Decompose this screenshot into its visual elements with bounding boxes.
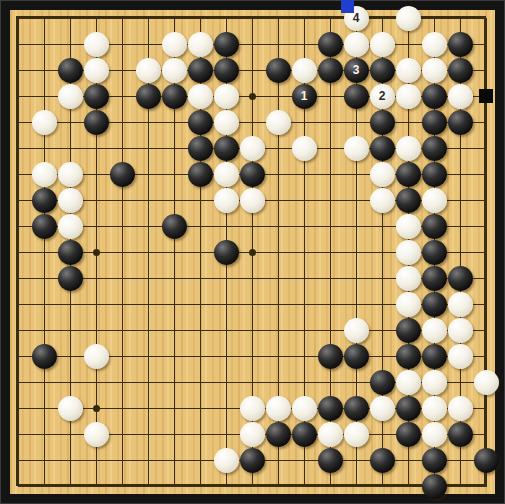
intersection-2-15[interactable] — [57, 395, 83, 421]
intersection-5-14[interactable] — [135, 369, 161, 395]
intersection-13-4[interactable] — [343, 109, 369, 135]
intersection-14-2[interactable] — [369, 57, 395, 83]
intersection-7-4[interactable] — [187, 109, 213, 135]
intersection-3-0[interactable] — [83, 5, 109, 31]
intersection-14-15[interactable] — [369, 395, 395, 421]
intersection-6-14[interactable] — [161, 369, 187, 395]
intersection-4-3[interactable] — [109, 83, 135, 109]
intersection-15-7[interactable] — [395, 187, 421, 213]
intersection-6-17[interactable] — [161, 447, 187, 473]
intersection-1-4[interactable] — [31, 109, 57, 135]
intersection-18-13[interactable] — [473, 343, 499, 369]
intersection-9-15[interactable] — [239, 395, 265, 421]
intersection-0-18[interactable] — [5, 473, 31, 499]
intersection-17-10[interactable] — [447, 265, 473, 291]
intersection-9-1[interactable] — [239, 31, 265, 57]
intersection-9-7[interactable] — [239, 187, 265, 213]
intersection-5-5[interactable] — [135, 135, 161, 161]
intersection-9-3[interactable] — [239, 83, 265, 109]
intersection-6-8[interactable] — [161, 213, 187, 239]
intersection-18-11[interactable] — [473, 291, 499, 317]
intersection-18-10[interactable] — [473, 265, 499, 291]
intersection-0-8[interactable] — [5, 213, 31, 239]
intersection-12-9[interactable] — [317, 239, 343, 265]
intersection-8-12[interactable] — [213, 317, 239, 343]
intersection-18-15[interactable] — [473, 395, 499, 421]
intersection-12-3[interactable] — [317, 83, 343, 109]
intersection-9-4[interactable] — [239, 109, 265, 135]
intersection-4-0[interactable] — [109, 5, 135, 31]
intersection-17-7[interactable] — [447, 187, 473, 213]
intersection-6-16[interactable] — [161, 421, 187, 447]
intersection-13-1[interactable] — [343, 31, 369, 57]
intersection-5-8[interactable] — [135, 213, 161, 239]
intersection-8-13[interactable] — [213, 343, 239, 369]
intersection-2-6[interactable] — [57, 161, 83, 187]
intersection-0-6[interactable] — [5, 161, 31, 187]
intersection-7-10[interactable] — [187, 265, 213, 291]
intersection-16-9[interactable] — [421, 239, 447, 265]
intersection-5-18[interactable] — [135, 473, 161, 499]
intersection-16-18[interactable] — [421, 473, 447, 499]
intersection-17-0[interactable] — [447, 5, 473, 31]
intersection-11-0[interactable] — [291, 5, 317, 31]
intersection-2-4[interactable] — [57, 109, 83, 135]
intersection-0-5[interactable] — [5, 135, 31, 161]
intersection-9-9[interactable] — [239, 239, 265, 265]
intersection-0-13[interactable] — [5, 343, 31, 369]
intersection-6-0[interactable] — [161, 5, 187, 31]
intersection-13-13[interactable] — [343, 343, 369, 369]
intersection-4-7[interactable] — [109, 187, 135, 213]
intersection-10-2[interactable] — [265, 57, 291, 83]
intersection-16-10[interactable] — [421, 265, 447, 291]
intersection-18-12[interactable] — [473, 317, 499, 343]
intersection-10-3[interactable] — [265, 83, 291, 109]
intersection-6-11[interactable] — [161, 291, 187, 317]
intersection-18-7[interactable] — [473, 187, 499, 213]
intersection-9-17[interactable] — [239, 447, 265, 473]
intersection-12-4[interactable] — [317, 109, 343, 135]
intersection-12-13[interactable] — [317, 343, 343, 369]
intersection-13-6[interactable] — [343, 161, 369, 187]
intersection-3-10[interactable] — [83, 265, 109, 291]
intersection-3-17[interactable] — [83, 447, 109, 473]
intersection-13-17[interactable] — [343, 447, 369, 473]
intersection-9-2[interactable] — [239, 57, 265, 83]
intersection-17-6[interactable] — [447, 161, 473, 187]
intersection-3-5[interactable] — [83, 135, 109, 161]
intersection-13-18[interactable] — [343, 473, 369, 499]
intersection-18-16[interactable] — [473, 421, 499, 447]
intersection-17-9[interactable] — [447, 239, 473, 265]
intersection-14-10[interactable] — [369, 265, 395, 291]
intersection-8-0[interactable] — [213, 5, 239, 31]
intersection-8-10[interactable] — [213, 265, 239, 291]
intersection-4-11[interactable] — [109, 291, 135, 317]
intersection-1-3[interactable] — [31, 83, 57, 109]
intersection-18-4[interactable] — [473, 109, 499, 135]
intersection-12-5[interactable] — [317, 135, 343, 161]
intersection-10-5[interactable] — [265, 135, 291, 161]
intersection-1-10[interactable] — [31, 265, 57, 291]
intersection-8-11[interactable] — [213, 291, 239, 317]
intersection-0-11[interactable] — [5, 291, 31, 317]
intersection-14-6[interactable] — [369, 161, 395, 187]
intersection-14-11[interactable] — [369, 291, 395, 317]
intersection-16-8[interactable] — [421, 213, 447, 239]
intersection-0-1[interactable] — [5, 31, 31, 57]
intersection-2-1[interactable] — [57, 31, 83, 57]
intersection-6-1[interactable] — [161, 31, 187, 57]
intersection-10-14[interactable] — [265, 369, 291, 395]
intersection-5-3[interactable] — [135, 83, 161, 109]
intersection-15-3[interactable] — [395, 83, 421, 109]
intersection-10-16[interactable] — [265, 421, 291, 447]
intersection-10-6[interactable] — [265, 161, 291, 187]
intersection-4-5[interactable] — [109, 135, 135, 161]
intersection-14-3[interactable]: 2 — [369, 83, 395, 109]
intersection-2-0[interactable] — [57, 5, 83, 31]
intersection-7-17[interactable] — [187, 447, 213, 473]
intersection-2-5[interactable] — [57, 135, 83, 161]
intersection-1-1[interactable] — [31, 31, 57, 57]
intersection-3-15[interactable] — [83, 395, 109, 421]
intersection-14-7[interactable] — [369, 187, 395, 213]
intersection-1-14[interactable] — [31, 369, 57, 395]
intersection-3-9[interactable] — [83, 239, 109, 265]
intersection-16-11[interactable] — [421, 291, 447, 317]
intersection-16-5[interactable] — [421, 135, 447, 161]
intersection-2-3[interactable] — [57, 83, 83, 109]
intersection-2-9[interactable] — [57, 239, 83, 265]
intersection-6-10[interactable] — [161, 265, 187, 291]
intersection-8-3[interactable] — [213, 83, 239, 109]
intersection-6-13[interactable] — [161, 343, 187, 369]
intersection-14-9[interactable] — [369, 239, 395, 265]
intersection-1-5[interactable] — [31, 135, 57, 161]
intersection-5-12[interactable] — [135, 317, 161, 343]
intersection-17-8[interactable] — [447, 213, 473, 239]
intersection-3-18[interactable] — [83, 473, 109, 499]
intersection-16-6[interactable] — [421, 161, 447, 187]
intersection-2-2[interactable] — [57, 57, 83, 83]
intersection-15-15[interactable] — [395, 395, 421, 421]
intersection-10-15[interactable] — [265, 395, 291, 421]
intersection-10-9[interactable] — [265, 239, 291, 265]
intersection-7-18[interactable] — [187, 473, 213, 499]
intersection-15-17[interactable] — [395, 447, 421, 473]
intersection-4-14[interactable] — [109, 369, 135, 395]
intersection-1-7[interactable] — [31, 187, 57, 213]
intersection-5-17[interactable] — [135, 447, 161, 473]
intersection-16-7[interactable] — [421, 187, 447, 213]
intersection-14-14[interactable] — [369, 369, 395, 395]
intersection-3-7[interactable] — [83, 187, 109, 213]
intersection-4-16[interactable] — [109, 421, 135, 447]
intersection-1-12[interactable] — [31, 317, 57, 343]
intersection-5-1[interactable] — [135, 31, 161, 57]
intersection-11-3[interactable]: 1 — [291, 83, 317, 109]
intersection-18-8[interactable] — [473, 213, 499, 239]
intersection-5-7[interactable] — [135, 187, 161, 213]
intersection-17-18[interactable] — [447, 473, 473, 499]
intersection-16-1[interactable] — [421, 31, 447, 57]
intersection-15-1[interactable] — [395, 31, 421, 57]
intersection-10-0[interactable] — [265, 5, 291, 31]
intersection-7-2[interactable] — [187, 57, 213, 83]
intersection-2-7[interactable] — [57, 187, 83, 213]
intersection-9-10[interactable] — [239, 265, 265, 291]
intersection-3-16[interactable] — [83, 421, 109, 447]
intersection-5-6[interactable] — [135, 161, 161, 187]
intersection-2-13[interactable] — [57, 343, 83, 369]
intersection-0-17[interactable] — [5, 447, 31, 473]
intersection-8-18[interactable] — [213, 473, 239, 499]
intersection-9-18[interactable] — [239, 473, 265, 499]
intersection-10-17[interactable] — [265, 447, 291, 473]
intersection-7-9[interactable] — [187, 239, 213, 265]
intersection-13-9[interactable] — [343, 239, 369, 265]
intersection-3-6[interactable] — [83, 161, 109, 187]
intersection-15-14[interactable] — [395, 369, 421, 395]
intersection-5-4[interactable] — [135, 109, 161, 135]
intersection-12-0[interactable] — [317, 5, 343, 31]
intersection-1-16[interactable] — [31, 421, 57, 447]
intersection-8-7[interactable] — [213, 187, 239, 213]
intersection-0-12[interactable] — [5, 317, 31, 343]
intersection-6-12[interactable] — [161, 317, 187, 343]
intersection-3-12[interactable] — [83, 317, 109, 343]
intersection-11-13[interactable] — [291, 343, 317, 369]
intersection-15-8[interactable] — [395, 213, 421, 239]
intersection-10-11[interactable] — [265, 291, 291, 317]
intersection-1-18[interactable] — [31, 473, 57, 499]
intersection-9-11[interactable] — [239, 291, 265, 317]
intersection-5-11[interactable] — [135, 291, 161, 317]
intersection-1-2[interactable] — [31, 57, 57, 83]
intersection-7-5[interactable] — [187, 135, 213, 161]
intersection-11-16[interactable] — [291, 421, 317, 447]
intersection-4-13[interactable] — [109, 343, 135, 369]
intersection-15-11[interactable] — [395, 291, 421, 317]
intersection-3-11[interactable] — [83, 291, 109, 317]
intersection-13-16[interactable] — [343, 421, 369, 447]
intersection-12-14[interactable] — [317, 369, 343, 395]
intersection-18-2[interactable] — [473, 57, 499, 83]
intersection-13-3[interactable] — [343, 83, 369, 109]
intersection-16-4[interactable] — [421, 109, 447, 135]
intersection-11-9[interactable] — [291, 239, 317, 265]
intersection-8-16[interactable] — [213, 421, 239, 447]
intersection-0-4[interactable] — [5, 109, 31, 135]
intersection-14-5[interactable] — [369, 135, 395, 161]
intersection-8-1[interactable] — [213, 31, 239, 57]
intersection-1-17[interactable] — [31, 447, 57, 473]
intersection-12-12[interactable] — [317, 317, 343, 343]
intersection-0-10[interactable] — [5, 265, 31, 291]
intersection-3-13[interactable] — [83, 343, 109, 369]
intersection-11-8[interactable] — [291, 213, 317, 239]
intersection-9-5[interactable] — [239, 135, 265, 161]
intersection-2-12[interactable] — [57, 317, 83, 343]
intersection-5-16[interactable] — [135, 421, 161, 447]
intersection-15-5[interactable] — [395, 135, 421, 161]
intersection-18-6[interactable] — [473, 161, 499, 187]
intersection-5-15[interactable] — [135, 395, 161, 421]
intersection-2-18[interactable] — [57, 473, 83, 499]
intersection-10-8[interactable] — [265, 213, 291, 239]
intersection-15-0[interactable] — [395, 5, 421, 31]
intersection-4-8[interactable] — [109, 213, 135, 239]
intersection-2-17[interactable] — [57, 447, 83, 473]
intersection-17-16[interactable] — [447, 421, 473, 447]
intersection-6-4[interactable] — [161, 109, 187, 135]
intersection-17-1[interactable] — [447, 31, 473, 57]
intersection-13-5[interactable] — [343, 135, 369, 161]
intersection-18-3[interactable] — [473, 83, 499, 109]
intersection-16-17[interactable] — [421, 447, 447, 473]
intersection-5-2[interactable] — [135, 57, 161, 83]
intersection-12-8[interactable] — [317, 213, 343, 239]
intersection-4-12[interactable] — [109, 317, 135, 343]
intersection-7-8[interactable] — [187, 213, 213, 239]
intersection-16-0[interactable] — [421, 5, 447, 31]
intersection-18-9[interactable] — [473, 239, 499, 265]
intersection-5-0[interactable] — [135, 5, 161, 31]
intersection-12-17[interactable] — [317, 447, 343, 473]
intersection-2-8[interactable] — [57, 213, 83, 239]
intersection-16-13[interactable] — [421, 343, 447, 369]
intersection-2-14[interactable] — [57, 369, 83, 395]
intersection-6-7[interactable] — [161, 187, 187, 213]
intersection-7-0[interactable] — [187, 5, 213, 31]
intersection-1-13[interactable] — [31, 343, 57, 369]
intersection-10-4[interactable] — [265, 109, 291, 135]
intersection-15-16[interactable] — [395, 421, 421, 447]
intersection-2-10[interactable] — [57, 265, 83, 291]
intersection-12-1[interactable] — [317, 31, 343, 57]
intersection-4-6[interactable] — [109, 161, 135, 187]
intersection-9-12[interactable] — [239, 317, 265, 343]
intersection-16-14[interactable] — [421, 369, 447, 395]
intersection-13-8[interactable] — [343, 213, 369, 239]
intersection-11-14[interactable] — [291, 369, 317, 395]
intersection-7-7[interactable] — [187, 187, 213, 213]
intersection-11-5[interactable] — [291, 135, 317, 161]
intersection-7-12[interactable] — [187, 317, 213, 343]
intersection-3-8[interactable] — [83, 213, 109, 239]
intersection-5-9[interactable] — [135, 239, 161, 265]
intersection-10-1[interactable] — [265, 31, 291, 57]
intersection-4-17[interactable] — [109, 447, 135, 473]
intersection-11-2[interactable] — [291, 57, 317, 83]
intersection-8-2[interactable] — [213, 57, 239, 83]
intersection-4-15[interactable] — [109, 395, 135, 421]
intersection-14-13[interactable] — [369, 343, 395, 369]
intersection-4-1[interactable] — [109, 31, 135, 57]
intersection-11-6[interactable] — [291, 161, 317, 187]
intersection-2-16[interactable] — [57, 421, 83, 447]
intersection-11-10[interactable] — [291, 265, 317, 291]
intersection-10-12[interactable] — [265, 317, 291, 343]
intersection-17-14[interactable] — [447, 369, 473, 395]
intersection-6-15[interactable] — [161, 395, 187, 421]
intersection-1-11[interactable] — [31, 291, 57, 317]
intersection-3-14[interactable] — [83, 369, 109, 395]
intersection-11-17[interactable] — [291, 447, 317, 473]
intersection-4-4[interactable] — [109, 109, 135, 135]
intersection-15-12[interactable] — [395, 317, 421, 343]
intersection-14-0[interactable] — [369, 5, 395, 31]
intersection-5-13[interactable] — [135, 343, 161, 369]
intersection-15-4[interactable] — [395, 109, 421, 135]
intersection-4-18[interactable] — [109, 473, 135, 499]
intersection-3-3[interactable] — [83, 83, 109, 109]
intersection-11-18[interactable] — [291, 473, 317, 499]
intersection-8-6[interactable] — [213, 161, 239, 187]
intersection-13-14[interactable] — [343, 369, 369, 395]
intersection-10-18[interactable] — [265, 473, 291, 499]
intersection-17-4[interactable] — [447, 109, 473, 135]
intersection-0-7[interactable] — [5, 187, 31, 213]
intersection-9-13[interactable] — [239, 343, 265, 369]
intersection-13-2[interactable]: 3 — [343, 57, 369, 83]
intersection-14-8[interactable] — [369, 213, 395, 239]
intersection-12-7[interactable] — [317, 187, 343, 213]
intersection-17-12[interactable] — [447, 317, 473, 343]
intersection-12-11[interactable] — [317, 291, 343, 317]
intersection-0-16[interactable] — [5, 421, 31, 447]
intersection-0-15[interactable] — [5, 395, 31, 421]
intersection-7-15[interactable] — [187, 395, 213, 421]
intersection-3-2[interactable] — [83, 57, 109, 83]
intersection-12-2[interactable] — [317, 57, 343, 83]
intersection-12-18[interactable] — [317, 473, 343, 499]
intersection-11-11[interactable] — [291, 291, 317, 317]
intersection-6-18[interactable] — [161, 473, 187, 499]
intersection-4-9[interactable] — [109, 239, 135, 265]
intersection-14-16[interactable] — [369, 421, 395, 447]
intersection-9-14[interactable] — [239, 369, 265, 395]
intersection-11-15[interactable] — [291, 395, 317, 421]
intersection-8-9[interactable] — [213, 239, 239, 265]
intersection-6-9[interactable] — [161, 239, 187, 265]
intersection-15-10[interactable] — [395, 265, 421, 291]
intersection-8-5[interactable] — [213, 135, 239, 161]
intersection-4-2[interactable] — [109, 57, 135, 83]
intersection-12-15[interactable] — [317, 395, 343, 421]
intersection-13-11[interactable] — [343, 291, 369, 317]
intersection-13-10[interactable] — [343, 265, 369, 291]
intersection-8-8[interactable] — [213, 213, 239, 239]
intersection-1-8[interactable] — [31, 213, 57, 239]
intersection-0-14[interactable] — [5, 369, 31, 395]
intersection-8-15[interactable] — [213, 395, 239, 421]
intersection-7-14[interactable] — [187, 369, 213, 395]
intersection-14-18[interactable] — [369, 473, 395, 499]
intersection-16-3[interactable] — [421, 83, 447, 109]
intersection-8-4[interactable] — [213, 109, 239, 135]
intersection-6-2[interactable] — [161, 57, 187, 83]
intersection-6-3[interactable] — [161, 83, 187, 109]
intersection-17-5[interactable] — [447, 135, 473, 161]
intersection-12-10[interactable] — [317, 265, 343, 291]
intersection-17-2[interactable] — [447, 57, 473, 83]
intersection-15-9[interactable] — [395, 239, 421, 265]
intersection-13-12[interactable] — [343, 317, 369, 343]
intersection-9-8[interactable] — [239, 213, 265, 239]
